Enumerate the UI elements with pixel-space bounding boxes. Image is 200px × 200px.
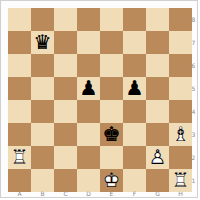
square-d6[interactable]	[77, 54, 100, 77]
square-c8[interactable]	[54, 8, 77, 31]
square-f4[interactable]	[123, 100, 146, 123]
square-a7[interactable]	[8, 31, 31, 54]
rank-label-1: 1	[190, 169, 197, 192]
square-h8[interactable]	[169, 8, 192, 31]
square-f3[interactable]	[123, 123, 146, 146]
square-b8[interactable]	[31, 8, 54, 31]
rank-label-5: 5	[190, 77, 197, 100]
file-label-d: D	[77, 190, 100, 197]
file-label-f: F	[123, 190, 146, 197]
rank-label-7: 7	[190, 31, 197, 54]
square-d3[interactable]	[77, 123, 100, 146]
square-a2[interactable]: ♜♖	[8, 146, 31, 169]
white-rook-outline: ♖	[169, 169, 192, 192]
square-d1[interactable]	[77, 169, 100, 192]
square-a5[interactable]	[8, 77, 31, 100]
square-h7[interactable]	[169, 31, 192, 54]
square-a6[interactable]	[8, 54, 31, 77]
white-king[interactable]: ♚♔	[100, 169, 123, 192]
square-b1[interactable]	[31, 169, 54, 192]
square-b6[interactable]	[31, 54, 54, 77]
square-f5[interactable]: ♟♙	[123, 77, 146, 100]
square-h6[interactable]	[169, 54, 192, 77]
rank-label-6: 6	[190, 54, 197, 77]
square-h1[interactable]: ♜♖	[169, 169, 192, 192]
file-label-c: C	[54, 190, 77, 197]
white-rook-outline: ♖	[8, 146, 31, 169]
square-c5[interactable]	[54, 77, 77, 100]
black-queen-outline: ♕	[31, 31, 54, 54]
square-h5[interactable]	[169, 77, 192, 100]
square-b7[interactable]: ♛♕	[31, 31, 54, 54]
file-label-e: E	[100, 190, 123, 197]
square-g8[interactable]	[146, 8, 169, 31]
black-king[interactable]: ♚♔	[100, 123, 123, 146]
square-e8[interactable]	[100, 8, 123, 31]
square-f1[interactable]	[123, 169, 146, 192]
square-e1[interactable]: ♚♔	[100, 169, 123, 192]
square-h4[interactable]	[169, 100, 192, 123]
square-c3[interactable]	[54, 123, 77, 146]
rank-label-3: 3	[190, 123, 197, 146]
white-pawn[interactable]: ♟♙	[146, 146, 169, 169]
square-d4[interactable]	[77, 100, 100, 123]
square-a3[interactable]	[8, 123, 31, 146]
file-label-g: G	[146, 190, 169, 197]
chess-diagram: ♛♕♟♙♟♙♚♔♝♗♜♖♟♙♚♔♜♖ 87654321 ABCDEFGH	[0, 0, 198, 198]
square-d7[interactable]	[77, 31, 100, 54]
square-f8[interactable]	[123, 8, 146, 31]
square-a8[interactable]	[8, 8, 31, 31]
square-f7[interactable]	[123, 31, 146, 54]
square-g1[interactable]	[146, 169, 169, 192]
file-labels: ABCDEFGH	[8, 190, 192, 197]
white-bishop-outline: ♗	[169, 123, 192, 146]
square-d2[interactable]	[77, 146, 100, 169]
square-c2[interactable]	[54, 146, 77, 169]
file-label-h: H	[169, 190, 192, 197]
black-pawn-outline: ♙	[123, 77, 146, 100]
square-g7[interactable]	[146, 31, 169, 54]
square-g3[interactable]	[146, 123, 169, 146]
rank-label-8: 8	[190, 8, 197, 31]
square-e6[interactable]	[100, 54, 123, 77]
square-e3[interactable]: ♚♔	[100, 123, 123, 146]
square-h2[interactable]	[169, 146, 192, 169]
square-b2[interactable]	[31, 146, 54, 169]
black-queen[interactable]: ♛♕	[31, 31, 54, 54]
black-pawn-outline: ♙	[77, 77, 100, 100]
rank-labels: 87654321	[190, 8, 197, 192]
square-e5[interactable]	[100, 77, 123, 100]
black-pawn[interactable]: ♟♙	[123, 77, 146, 100]
rank-label-2: 2	[190, 146, 197, 169]
black-king-outline: ♔	[100, 123, 123, 146]
square-f6[interactable]	[123, 54, 146, 77]
square-a4[interactable]	[8, 100, 31, 123]
white-rook[interactable]: ♜♖	[169, 169, 192, 192]
square-h3[interactable]: ♝♗	[169, 123, 192, 146]
square-c4[interactable]	[54, 100, 77, 123]
square-b5[interactable]	[31, 77, 54, 100]
white-king-outline: ♔	[100, 169, 123, 192]
square-g5[interactable]	[146, 77, 169, 100]
square-e4[interactable]	[100, 100, 123, 123]
square-b4[interactable]	[31, 100, 54, 123]
square-d8[interactable]	[77, 8, 100, 31]
square-b3[interactable]	[31, 123, 54, 146]
square-c6[interactable]	[54, 54, 77, 77]
black-pawn[interactable]: ♟♙	[77, 77, 100, 100]
rank-label-4: 4	[190, 100, 197, 123]
white-pawn-outline: ♙	[146, 146, 169, 169]
file-label-a: A	[8, 190, 31, 197]
square-d5[interactable]: ♟♙	[77, 77, 100, 100]
square-f2[interactable]	[123, 146, 146, 169]
square-g6[interactable]	[146, 54, 169, 77]
file-label-b: B	[31, 190, 54, 197]
square-e7[interactable]	[100, 31, 123, 54]
square-a1[interactable]	[8, 169, 31, 192]
square-g4[interactable]	[146, 100, 169, 123]
square-g2[interactable]: ♟♙	[146, 146, 169, 169]
chess-board: ♛♕♟♙♟♙♚♔♝♗♜♖♟♙♚♔♜♖	[8, 8, 192, 192]
white-bishop[interactable]: ♝♗	[169, 123, 192, 146]
square-c1[interactable]	[54, 169, 77, 192]
square-e2[interactable]	[100, 146, 123, 169]
white-rook[interactable]: ♜♖	[8, 146, 31, 169]
square-c7[interactable]	[54, 31, 77, 54]
